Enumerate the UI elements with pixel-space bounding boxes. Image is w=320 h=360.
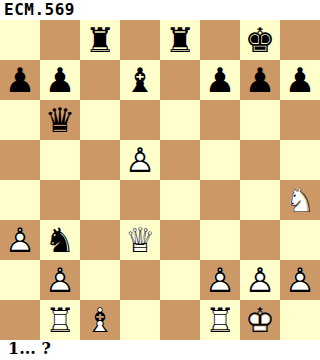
square-f5[interactable] [200,140,240,180]
title-bar: ECM.569 [0,0,320,20]
square-d4[interactable] [120,180,160,220]
square-h8[interactable] [280,20,320,60]
square-c5[interactable] [80,140,120,180]
square-b1[interactable]: ♜ [40,300,80,340]
square-h7[interactable]: ♟ [280,60,320,100]
white-pawn-icon: ♟ [200,260,240,300]
square-b8[interactable] [40,20,80,60]
square-g1[interactable]: ♚ [240,300,280,340]
square-f6[interactable] [200,100,240,140]
white-rook-icon: ♜ [200,300,240,340]
square-f3[interactable] [200,220,240,260]
square-f2[interactable]: ♟ [200,260,240,300]
white-bishop-icon: ♝ [80,300,120,340]
square-d3[interactable]: ♛ [120,220,160,260]
square-g5[interactable] [240,140,280,180]
status-bar: 1... ? [0,340,320,360]
square-e2[interactable] [160,260,200,300]
square-c4[interactable] [80,180,120,220]
white-rook-icon: ♜ [40,300,80,340]
square-b6[interactable]: ♛ [40,100,80,140]
square-a3[interactable]: ♟ [0,220,40,260]
white-knight-icon: ♞ [280,180,320,220]
black-pawn-icon: ♟ [240,60,280,100]
square-g4[interactable] [240,180,280,220]
square-a1[interactable] [0,300,40,340]
white-pawn-icon: ♟ [120,140,160,180]
square-h4[interactable]: ♞ [280,180,320,220]
square-a7[interactable]: ♟ [0,60,40,100]
square-a5[interactable] [0,140,40,180]
move-prompt: 1... ? [8,339,51,358]
square-a2[interactable] [0,260,40,300]
window: ECM.569 ♜♜♚♟♟♝♟♟♟♛♟♞♟♞♛♟♟♟♟♜♝♜♚ 1... ? [0,0,320,360]
square-g3[interactable] [240,220,280,260]
square-h1[interactable] [280,300,320,340]
black-rook-icon: ♜ [160,20,200,60]
square-e3[interactable] [160,220,200,260]
square-h5[interactable] [280,140,320,180]
square-c8[interactable]: ♜ [80,20,120,60]
black-pawn-icon: ♟ [40,60,80,100]
square-c6[interactable] [80,100,120,140]
square-b5[interactable] [40,140,80,180]
square-e4[interactable] [160,180,200,220]
square-b3[interactable]: ♞ [40,220,80,260]
square-e1[interactable] [160,300,200,340]
square-c7[interactable] [80,60,120,100]
square-e6[interactable] [160,100,200,140]
black-knight-icon: ♞ [40,220,80,260]
square-b4[interactable] [40,180,80,220]
square-g7[interactable]: ♟ [240,60,280,100]
white-pawn-icon: ♟ [240,260,280,300]
black-bishop-icon: ♝ [120,60,160,100]
square-g8[interactable]: ♚ [240,20,280,60]
black-king-icon: ♚ [240,20,280,60]
square-h6[interactable] [280,100,320,140]
square-b2[interactable]: ♟ [40,260,80,300]
white-pawn-icon: ♟ [40,260,80,300]
white-queen-icon: ♛ [120,220,160,260]
square-c3[interactable] [80,220,120,260]
white-pawn-icon: ♟ [280,260,320,300]
square-d8[interactable] [120,20,160,60]
black-pawn-icon: ♟ [280,60,320,100]
square-h2[interactable]: ♟ [280,260,320,300]
square-e7[interactable] [160,60,200,100]
square-d1[interactable] [120,300,160,340]
square-f4[interactable] [200,180,240,220]
square-c1[interactable]: ♝ [80,300,120,340]
white-king-icon: ♚ [240,300,280,340]
square-h3[interactable] [280,220,320,260]
square-d5[interactable]: ♟ [120,140,160,180]
square-a4[interactable] [0,180,40,220]
square-f8[interactable] [200,20,240,60]
square-a6[interactable] [0,100,40,140]
square-e5[interactable] [160,140,200,180]
puzzle-title: ECM.569 [4,0,75,19]
square-c2[interactable] [80,260,120,300]
square-e8[interactable]: ♜ [160,20,200,60]
chess-board: ♜♜♚♟♟♝♟♟♟♛♟♞♟♞♛♟♟♟♟♜♝♜♚ [0,20,320,340]
black-pawn-icon: ♟ [200,60,240,100]
square-g2[interactable]: ♟ [240,260,280,300]
square-a8[interactable] [0,20,40,60]
square-g6[interactable] [240,100,280,140]
square-f7[interactable]: ♟ [200,60,240,100]
square-d7[interactable]: ♝ [120,60,160,100]
black-pawn-icon: ♟ [0,60,40,100]
square-f1[interactable]: ♜ [200,300,240,340]
square-d6[interactable] [120,100,160,140]
square-d2[interactable] [120,260,160,300]
white-pawn-icon: ♟ [0,220,40,260]
black-rook-icon: ♜ [80,20,120,60]
square-b7[interactable]: ♟ [40,60,80,100]
black-queen-icon: ♛ [40,100,80,140]
